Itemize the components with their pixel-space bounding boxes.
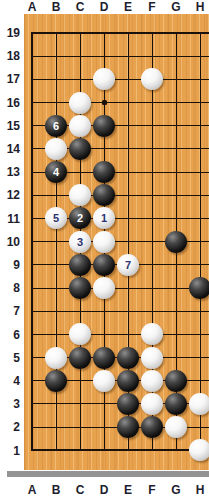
intersection-D10[interactable] [92, 230, 116, 253]
intersection-H10[interactable] [188, 230, 209, 253]
intersection-A17[interactable] [24, 68, 44, 91]
intersection-E6[interactable] [116, 323, 140, 346]
intersection-B19[interactable] [44, 21, 68, 44]
black-stone-E3 [117, 393, 139, 415]
intersection-B12[interactable] [44, 184, 68, 207]
intersection-D3[interactable] [92, 392, 116, 415]
intersection-C1[interactable] [68, 439, 92, 462]
intersection-E4[interactable] [116, 369, 140, 392]
top-col-label: G [164, 0, 188, 14]
intersection-E18[interactable] [116, 45, 140, 68]
black-stone-B4 [45, 370, 67, 392]
row-label: 5 [0, 351, 20, 365]
intersection-F14[interactable] [140, 137, 164, 160]
intersection-G4[interactable] [164, 369, 188, 392]
intersection-D4[interactable] [92, 369, 116, 392]
black-stone-D15 [93, 115, 115, 137]
intersection-E9[interactable]: 7 [116, 253, 140, 276]
intersection-A7[interactable] [24, 300, 44, 323]
intersection-E10[interactable] [116, 230, 140, 253]
intersection-H1[interactable] [188, 439, 209, 462]
row-label: 3 [0, 397, 20, 411]
white-stone-D8 [93, 277, 115, 299]
bottom-col-label: F [140, 483, 164, 497]
intersection-A14[interactable] [24, 137, 44, 160]
black-stone-G10 [165, 231, 187, 253]
intersection-A19[interactable] [24, 21, 44, 44]
intersection-E12[interactable] [116, 184, 140, 207]
intersection-A11[interactable] [24, 207, 44, 230]
bottom-col-label: H [188, 483, 209, 497]
intersection-G1[interactable] [164, 439, 188, 462]
intersection-D13[interactable] [92, 161, 116, 184]
intersection-A6[interactable] [24, 323, 44, 346]
intersection-B1[interactable] [44, 439, 68, 462]
intersection-F11[interactable] [140, 207, 164, 230]
top-col-label: A [20, 0, 44, 14]
intersection-C14[interactable] [68, 137, 92, 160]
bottom-col-label: B [44, 483, 68, 497]
intersection-F13[interactable] [140, 161, 164, 184]
intersection-H14[interactable] [188, 137, 209, 160]
row-label: 19 [0, 26, 20, 40]
intersection-F10[interactable] [140, 230, 164, 253]
row-label: 12 [0, 188, 20, 202]
intersection-H7[interactable] [188, 300, 209, 323]
white-stone-C15 [69, 115, 91, 137]
white-stone-C10: 3 [69, 231, 91, 253]
top-col-label: B [44, 0, 68, 14]
bottom-col-label: D [92, 483, 116, 497]
intersection-C7[interactable] [68, 300, 92, 323]
top-col-label: H [188, 0, 209, 14]
intersection-F5[interactable] [140, 346, 164, 369]
intersection-E13[interactable] [116, 161, 140, 184]
intersection-A2[interactable] [24, 416, 44, 439]
white-stone-C12 [69, 184, 91, 206]
intersection-F16[interactable] [140, 91, 164, 114]
row-label: 16 [0, 96, 20, 110]
intersection-D11[interactable]: 1 [92, 207, 116, 230]
row-label: 8 [0, 281, 20, 295]
intersection-C2[interactable] [68, 416, 92, 439]
intersection-H5[interactable] [188, 346, 209, 369]
intersection-F9[interactable] [140, 253, 164, 276]
intersection-H2[interactable] [188, 416, 209, 439]
intersection-B15[interactable]: 6 [44, 114, 68, 137]
top-col-label: C [68, 0, 92, 14]
intersection-D19[interactable] [92, 21, 116, 44]
intersection-A12[interactable] [24, 184, 44, 207]
black-stone-C14 [69, 138, 91, 160]
intersection-D7[interactable] [92, 300, 116, 323]
intersection-C5[interactable] [68, 346, 92, 369]
intersection-D16[interactable] [92, 91, 116, 114]
intersection-B8[interactable] [44, 276, 68, 299]
go-app-window: ABCDEFGH 19181716151413121110987654321 6… [0, 0, 209, 500]
intersection-B5[interactable] [44, 346, 68, 369]
intersection-C11[interactable]: 2 [68, 207, 92, 230]
bottom-col-label: E [116, 483, 140, 497]
intersection-G7[interactable] [164, 300, 188, 323]
intersection-H11[interactable] [188, 207, 209, 230]
intersection-E3[interactable] [116, 392, 140, 415]
intersection-A8[interactable] [24, 276, 44, 299]
intersection-A4[interactable] [24, 369, 44, 392]
intersection-F7[interactable] [140, 300, 164, 323]
intersection-C6[interactable] [68, 323, 92, 346]
black-stone-H8 [189, 277, 209, 299]
intersection-H6[interactable] [188, 323, 209, 346]
row-label: 9 [0, 258, 20, 272]
intersection-B6[interactable] [44, 323, 68, 346]
intersection-G10[interactable] [164, 230, 188, 253]
intersection-D6[interactable] [92, 323, 116, 346]
intersection-D5[interactable] [92, 346, 116, 369]
intersection-H13[interactable] [188, 161, 209, 184]
intersection-G2[interactable] [164, 416, 188, 439]
intersection-H9[interactable] [188, 253, 209, 276]
intersection-A15[interactable] [24, 114, 44, 137]
intersection-A1[interactable] [24, 439, 44, 462]
intersection-G8[interactable] [164, 276, 188, 299]
intersection-G11[interactable] [164, 207, 188, 230]
white-stone-H3 [189, 393, 209, 415]
white-stone-D10 [93, 231, 115, 253]
intersection-E8[interactable] [116, 276, 140, 299]
intersection-G5[interactable] [164, 346, 188, 369]
row-label: 14 [0, 142, 20, 156]
intersection-D2[interactable] [92, 416, 116, 439]
intersection-C15[interactable] [68, 114, 92, 137]
intersection-D8[interactable] [92, 276, 116, 299]
intersection-G16[interactable] [164, 91, 188, 114]
star-point-D16 [102, 100, 107, 105]
bottom-col-label: C [68, 483, 92, 497]
intersection-C3[interactable] [68, 392, 92, 415]
intersection-B13[interactable]: 4 [44, 161, 68, 184]
intersection-H19[interactable] [188, 21, 209, 44]
intersection-G15[interactable] [164, 114, 188, 137]
intersection-A16[interactable] [24, 91, 44, 114]
intersection-B7[interactable] [44, 300, 68, 323]
black-stone-D5 [93, 347, 115, 369]
top-col-label: D [92, 0, 116, 14]
row-label: 7 [0, 304, 20, 318]
intersection-A18[interactable] [24, 45, 44, 68]
row-label: 2 [0, 420, 20, 434]
black-stone-D13 [93, 161, 115, 183]
intersection-H3[interactable] [188, 392, 209, 415]
intersection-B17[interactable] [44, 68, 68, 91]
intersection-F6[interactable] [140, 323, 164, 346]
black-stone-C5 [69, 347, 91, 369]
white-stone-F4 [141, 370, 163, 392]
intersection-D12[interactable] [92, 184, 116, 207]
intersection-G12[interactable] [164, 184, 188, 207]
intersection-B10[interactable] [44, 230, 68, 253]
intersection-F4[interactable] [140, 369, 164, 392]
white-stone-B5 [45, 347, 67, 369]
bottom-col-label: G [164, 483, 188, 497]
black-stone-C11: 2 [69, 207, 91, 229]
black-stone-C8 [69, 277, 91, 299]
row-label: 10 [0, 235, 20, 249]
intersection-B16[interactable] [44, 91, 68, 114]
board-shadow [7, 471, 209, 477]
intersection-D9[interactable] [92, 253, 116, 276]
intersection-C17[interactable] [68, 68, 92, 91]
intersection-G17[interactable] [164, 68, 188, 91]
top-col-label: E [116, 0, 140, 14]
white-stone-C16 [69, 92, 91, 114]
intersection-A3[interactable] [24, 392, 44, 415]
black-stone-E5 [117, 347, 139, 369]
white-stone-D17 [93, 68, 115, 90]
white-stone-C6 [69, 323, 91, 345]
intersection-C13[interactable] [68, 161, 92, 184]
intersection-C18[interactable] [68, 45, 92, 68]
intersection-A9[interactable] [24, 253, 44, 276]
intersection-C8[interactable] [68, 276, 92, 299]
intersection-F8[interactable] [140, 276, 164, 299]
white-stone-F5 [141, 347, 163, 369]
intersection-G14[interactable] [164, 137, 188, 160]
intersection-D17[interactable] [92, 68, 116, 91]
intersection-E17[interactable] [116, 68, 140, 91]
intersection-G3[interactable] [164, 392, 188, 415]
row-label: 11 [0, 212, 20, 226]
black-stone-B13: 4 [45, 161, 67, 183]
white-stone-B14 [45, 138, 67, 160]
intersection-H15[interactable] [188, 114, 209, 137]
intersection-F3[interactable] [140, 392, 164, 415]
intersection-E15[interactable] [116, 114, 140, 137]
black-stone-D9 [93, 254, 115, 276]
intersection-B18[interactable] [44, 45, 68, 68]
intersection-B2[interactable] [44, 416, 68, 439]
white-stone-H1 [189, 439, 209, 461]
intersection-H18[interactable] [188, 45, 209, 68]
intersection-F17[interactable] [140, 68, 164, 91]
intersection-F2[interactable] [140, 416, 164, 439]
white-stone-F3 [141, 393, 163, 415]
row-label: 13 [0, 165, 20, 179]
black-stone-E4 [117, 370, 139, 392]
intersection-G6[interactable] [164, 323, 188, 346]
intersection-E5[interactable] [116, 346, 140, 369]
intersection-A13[interactable] [24, 161, 44, 184]
white-stone-D11: 1 [93, 207, 115, 229]
intersection-C16[interactable] [68, 91, 92, 114]
row-label: 18 [0, 49, 20, 63]
white-stone-G2 [165, 416, 187, 438]
row-label: 15 [0, 119, 20, 133]
intersection-E14[interactable] [116, 137, 140, 160]
bottom-col-label: A [20, 483, 44, 497]
intersection-H17[interactable] [188, 68, 209, 91]
intersection-B9[interactable] [44, 253, 68, 276]
intersection-E1[interactable] [116, 439, 140, 462]
white-stone-D4 [93, 370, 115, 392]
intersection-E2[interactable] [116, 416, 140, 439]
intersection-G18[interactable] [164, 45, 188, 68]
intersection-B3[interactable] [44, 392, 68, 415]
intersection-D1[interactable] [92, 439, 116, 462]
intersection-G13[interactable] [164, 161, 188, 184]
intersection-B4[interactable] [44, 369, 68, 392]
intersection-E7[interactable] [116, 300, 140, 323]
intersection-C9[interactable] [68, 253, 92, 276]
intersection-B11[interactable]: 5 [44, 207, 68, 230]
row-label: 6 [0, 328, 20, 342]
row-label: 4 [0, 374, 20, 388]
intersection-C10[interactable]: 3 [68, 230, 92, 253]
white-stone-F6 [141, 323, 163, 345]
intersection-F12[interactable] [140, 184, 164, 207]
board-grid: 6452137 [24, 21, 209, 462]
intersection-B14[interactable] [44, 137, 68, 160]
intersection-E19[interactable] [116, 21, 140, 44]
intersection-C4[interactable] [68, 369, 92, 392]
intersection-F1[interactable] [140, 439, 164, 462]
intersection-F18[interactable] [140, 45, 164, 68]
white-stone-F17 [141, 68, 163, 90]
intersection-E11[interactable] [116, 207, 140, 230]
intersection-H8[interactable] [188, 276, 209, 299]
row-label: 1 [0, 444, 20, 458]
intersection-A5[interactable] [24, 346, 44, 369]
intersection-H4[interactable] [188, 369, 209, 392]
intersection-C12[interactable] [68, 184, 92, 207]
intersection-D14[interactable] [92, 137, 116, 160]
go-board: 6452137 [24, 14, 209, 470]
intersection-G9[interactable] [164, 253, 188, 276]
black-stone-G3 [165, 393, 187, 415]
black-stone-D12 [93, 184, 115, 206]
row-label: 17 [0, 72, 20, 86]
intersection-H12[interactable] [188, 184, 209, 207]
white-stone-B11: 5 [45, 207, 67, 229]
top-col-label: F [140, 0, 164, 14]
black-stone-B15: 6 [45, 115, 67, 137]
black-stone-E2 [117, 416, 139, 438]
intersection-E16[interactable] [116, 91, 140, 114]
black-stone-F2 [141, 416, 163, 438]
intersection-G19[interactable] [164, 21, 188, 44]
intersection-A10[interactable] [24, 230, 44, 253]
intersection-D18[interactable] [92, 45, 116, 68]
intersection-C19[interactable] [68, 21, 92, 44]
intersection-F15[interactable] [140, 114, 164, 137]
intersection-H16[interactable] [188, 91, 209, 114]
black-stone-G4 [165, 370, 187, 392]
intersection-D15[interactable] [92, 114, 116, 137]
white-stone-E9: 7 [117, 254, 139, 276]
intersection-F19[interactable] [140, 21, 164, 44]
black-stone-C9 [69, 254, 91, 276]
